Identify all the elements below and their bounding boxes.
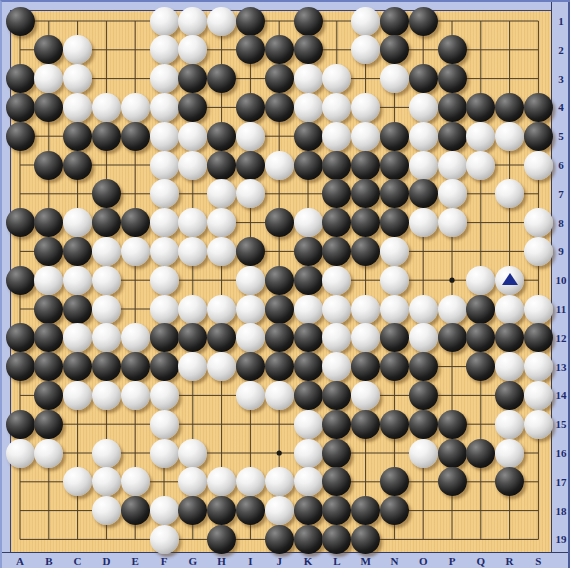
column-label-A: A — [10, 553, 30, 568]
white-stone-L4 — [322, 93, 351, 122]
white-stone-I5 — [236, 122, 265, 151]
column-label-O: O — [413, 553, 433, 568]
black-stone-L14 — [322, 381, 351, 410]
white-stone-P11 — [438, 295, 467, 324]
black-stone-P12 — [438, 323, 467, 352]
row-label-10: 10 — [551, 274, 570, 286]
white-stone-D11 — [92, 295, 121, 324]
white-stone-F4 — [150, 93, 179, 122]
black-stone-S4 — [524, 93, 553, 122]
white-stone-S6 — [524, 151, 553, 180]
black-stone-S5 — [524, 122, 553, 151]
black-stone-I9 — [236, 237, 265, 266]
black-stone-E8 — [121, 208, 150, 237]
black-stone-C5 — [63, 122, 92, 151]
black-stone-J11 — [265, 295, 294, 324]
black-stone-C6 — [63, 151, 92, 180]
white-stone-F7 — [150, 179, 179, 208]
white-stone-R13 — [495, 352, 524, 381]
white-stone-D14 — [92, 381, 121, 410]
white-stone-K4 — [294, 93, 323, 122]
black-stone-O1 — [409, 7, 438, 36]
black-stone-P15 — [438, 410, 467, 439]
white-stone-D16 — [92, 439, 121, 468]
white-stone-K17 — [294, 467, 323, 496]
black-stone-J13 — [265, 352, 294, 381]
black-stone-A1 — [6, 7, 35, 36]
column-label-C: C — [68, 553, 88, 568]
black-stone-K12 — [294, 323, 323, 352]
white-stone-F16 — [150, 439, 179, 468]
column-label-F: F — [154, 553, 174, 568]
black-stone-A3 — [6, 64, 35, 93]
white-stone-E14 — [121, 381, 150, 410]
row-label-12: 12 — [551, 332, 570, 344]
black-stone-A12 — [6, 323, 35, 352]
column-label-E: E — [125, 553, 145, 568]
black-stone-P5 — [438, 122, 467, 151]
black-stone-K18 — [294, 496, 323, 525]
black-stone-R14 — [495, 381, 524, 410]
column-label-I: I — [240, 553, 260, 568]
white-stone-F15 — [150, 410, 179, 439]
white-stone-F5 — [150, 122, 179, 151]
black-stone-A8 — [6, 208, 35, 237]
black-stone-P16 — [438, 439, 467, 468]
black-stone-R4 — [495, 93, 524, 122]
white-stone-D17 — [92, 467, 121, 496]
black-stone-C11 — [63, 295, 92, 324]
white-stone-H11 — [207, 295, 236, 324]
black-stone-H3 — [207, 64, 236, 93]
black-stone-J4 — [265, 93, 294, 122]
white-stone-D18 — [92, 496, 121, 525]
white-stone-G5 — [178, 122, 207, 151]
black-stone-J3 — [265, 64, 294, 93]
white-stone-N3 — [380, 64, 409, 93]
white-stone-R5 — [495, 122, 524, 151]
row-label-7: 7 — [551, 188, 570, 200]
white-stone-O4 — [409, 93, 438, 122]
black-stone-B15 — [34, 410, 63, 439]
go-game-window: 12345678910111213141516171819ABCDEFGHIJK… — [0, 0, 570, 568]
white-stone-O8 — [409, 208, 438, 237]
black-stone-H6 — [207, 151, 236, 180]
white-stone-E9 — [121, 237, 150, 266]
black-stone-A13 — [6, 352, 35, 381]
black-stone-O14 — [409, 381, 438, 410]
white-stone-Q6 — [466, 151, 495, 180]
black-stone-K13 — [294, 352, 323, 381]
black-stone-P2 — [438, 35, 467, 64]
row-label-4: 4 — [551, 101, 570, 113]
black-stone-N15 — [380, 410, 409, 439]
white-stone-F2 — [150, 35, 179, 64]
white-stone-M5 — [351, 122, 380, 151]
black-stone-O13 — [409, 352, 438, 381]
black-stone-M9 — [351, 237, 380, 266]
white-stone-F10 — [150, 266, 179, 295]
white-stone-P6 — [438, 151, 467, 180]
white-stone-J6 — [265, 151, 294, 180]
black-stone-E13 — [121, 352, 150, 381]
white-stone-J14 — [265, 381, 294, 410]
row-label-18: 18 — [551, 505, 570, 517]
black-stone-A10 — [6, 266, 35, 295]
black-stone-M8 — [351, 208, 380, 237]
black-stone-C9 — [63, 237, 92, 266]
row-label-8: 8 — [551, 217, 570, 229]
row-label-9: 9 — [551, 245, 570, 257]
column-label-N: N — [384, 553, 404, 568]
column-label-D: D — [96, 553, 116, 568]
black-stone-N7 — [380, 179, 409, 208]
black-stone-G4 — [178, 93, 207, 122]
white-stone-L5 — [322, 122, 351, 151]
black-stone-N8 — [380, 208, 409, 237]
black-stone-N1 — [380, 7, 409, 36]
column-label-H: H — [212, 553, 232, 568]
column-label-K: K — [298, 553, 318, 568]
black-stone-M19 — [351, 525, 380, 554]
white-stone-I11 — [236, 295, 265, 324]
black-stone-K10 — [294, 266, 323, 295]
black-stone-H18 — [207, 496, 236, 525]
black-stone-F13 — [150, 352, 179, 381]
white-stone-M11 — [351, 295, 380, 324]
row-label-19: 19 — [551, 533, 570, 545]
black-stone-A15 — [6, 410, 35, 439]
white-stone-F14 — [150, 381, 179, 410]
black-stone-K5 — [294, 122, 323, 151]
white-stone-S15 — [524, 410, 553, 439]
white-stone-F3 — [150, 64, 179, 93]
black-stone-L6 — [322, 151, 351, 180]
black-stone-D7 — [92, 179, 121, 208]
black-stone-K14 — [294, 381, 323, 410]
column-label-Q: Q — [471, 553, 491, 568]
black-stone-Q11 — [466, 295, 495, 324]
row-label-17: 17 — [551, 476, 570, 488]
row-label-1: 1 — [551, 15, 570, 27]
white-stone-C10 — [63, 266, 92, 295]
white-stone-S14 — [524, 381, 553, 410]
black-stone-B14 — [34, 381, 63, 410]
white-stone-M1 — [351, 7, 380, 36]
white-stone-C14 — [63, 381, 92, 410]
black-stone-O3 — [409, 64, 438, 93]
white-stone-E4 — [121, 93, 150, 122]
white-stone-G1 — [178, 7, 207, 36]
black-stone-M13 — [351, 352, 380, 381]
column-label-S: S — [528, 553, 548, 568]
white-stone-I14 — [236, 381, 265, 410]
white-stone-L11 — [322, 295, 351, 324]
black-stone-M18 — [351, 496, 380, 525]
white-stone-R15 — [495, 410, 524, 439]
black-stone-B6 — [34, 151, 63, 180]
black-stone-K6 — [294, 151, 323, 180]
white-stone-I17 — [236, 467, 265, 496]
white-stone-C3 — [63, 64, 92, 93]
white-stone-A16 — [6, 439, 35, 468]
white-stone-I12 — [236, 323, 265, 352]
black-stone-N13 — [380, 352, 409, 381]
black-stone-I1 — [236, 7, 265, 36]
white-stone-F19 — [150, 525, 179, 554]
black-stone-N6 — [380, 151, 409, 180]
white-stone-I10 — [236, 266, 265, 295]
black-stone-D8 — [92, 208, 121, 237]
white-stone-G6 — [178, 151, 207, 180]
white-stone-Q5 — [466, 122, 495, 151]
column-label-M: M — [356, 553, 376, 568]
white-stone-M4 — [351, 93, 380, 122]
black-stone-B11 — [34, 295, 63, 324]
white-stone-D4 — [92, 93, 121, 122]
black-stone-I13 — [236, 352, 265, 381]
last-move-triangle-marker — [502, 273, 518, 285]
black-stone-S12 — [524, 323, 553, 352]
black-stone-P3 — [438, 64, 467, 93]
white-stone-Q10 — [466, 266, 495, 295]
white-stone-F18 — [150, 496, 179, 525]
white-stone-G16 — [178, 439, 207, 468]
black-stone-O7 — [409, 179, 438, 208]
black-stone-F12 — [150, 323, 179, 352]
white-stone-P8 — [438, 208, 467, 237]
black-stone-N2 — [380, 35, 409, 64]
white-stone-C4 — [63, 93, 92, 122]
white-stone-H8 — [207, 208, 236, 237]
white-stone-F1 — [150, 7, 179, 36]
white-stone-M14 — [351, 381, 380, 410]
black-stone-A5 — [6, 122, 35, 151]
white-stone-C8 — [63, 208, 92, 237]
column-label-B: B — [39, 553, 59, 568]
black-stone-I18 — [236, 496, 265, 525]
white-stone-K11 — [294, 295, 323, 324]
row-label-6: 6 — [551, 159, 570, 171]
row-label-3: 3 — [551, 73, 570, 85]
white-stone-H13 — [207, 352, 236, 381]
black-stone-I4 — [236, 93, 265, 122]
row-label-14: 14 — [551, 389, 570, 401]
white-stone-K15 — [294, 410, 323, 439]
white-stone-G11 — [178, 295, 207, 324]
black-stone-O15 — [409, 410, 438, 439]
column-label-J: J — [269, 553, 289, 568]
white-stone-R11 — [495, 295, 524, 324]
row-label-5: 5 — [551, 130, 570, 142]
white-stone-S9 — [524, 237, 553, 266]
black-stone-J19 — [265, 525, 294, 554]
black-stone-L15 — [322, 410, 351, 439]
black-stone-J2 — [265, 35, 294, 64]
row-label-16: 16 — [551, 447, 570, 459]
white-stone-D10 — [92, 266, 121, 295]
black-stone-B9 — [34, 237, 63, 266]
white-stone-O5 — [409, 122, 438, 151]
black-stone-K1 — [294, 7, 323, 36]
black-stone-J8 — [265, 208, 294, 237]
white-stone-N9 — [380, 237, 409, 266]
white-stone-J17 — [265, 467, 294, 496]
star-point — [277, 450, 282, 455]
white-stone-P7 — [438, 179, 467, 208]
white-stone-H1 — [207, 7, 236, 36]
black-stone-Q16 — [466, 439, 495, 468]
black-stone-P17 — [438, 467, 467, 496]
black-stone-I2 — [236, 35, 265, 64]
column-label-R: R — [500, 553, 520, 568]
white-stone-F9 — [150, 237, 179, 266]
black-stone-N12 — [380, 323, 409, 352]
white-stone-K3 — [294, 64, 323, 93]
white-stone-F8 — [150, 208, 179, 237]
white-stone-O6 — [409, 151, 438, 180]
black-stone-Q4 — [466, 93, 495, 122]
white-stone-D9 — [92, 237, 121, 266]
white-stone-L10 — [322, 266, 351, 295]
row-label-11: 11 — [551, 303, 570, 315]
white-stone-B16 — [34, 439, 63, 468]
black-stone-C13 — [63, 352, 92, 381]
black-stone-M6 — [351, 151, 380, 180]
white-stone-H9 — [207, 237, 236, 266]
black-stone-H5 — [207, 122, 236, 151]
row-label-15: 15 — [551, 418, 570, 430]
row-label-2: 2 — [551, 44, 570, 56]
black-stone-K2 — [294, 35, 323, 64]
black-stone-I6 — [236, 151, 265, 180]
column-label-P: P — [442, 553, 462, 568]
white-stone-K16 — [294, 439, 323, 468]
black-stone-D5 — [92, 122, 121, 151]
white-stone-N10 — [380, 266, 409, 295]
white-stone-O11 — [409, 295, 438, 324]
black-stone-P4 — [438, 93, 467, 122]
column-label-G: G — [183, 553, 203, 568]
black-stone-L19 — [322, 525, 351, 554]
column-label-L: L — [327, 553, 347, 568]
black-stone-M15 — [351, 410, 380, 439]
white-stone-F11 — [150, 295, 179, 324]
row-label-13: 13 — [551, 361, 570, 373]
white-stone-O12 — [409, 323, 438, 352]
white-stone-I7 — [236, 179, 265, 208]
black-stone-E18 — [121, 496, 150, 525]
black-stone-H19 — [207, 525, 236, 554]
black-stone-K19 — [294, 525, 323, 554]
star-point — [449, 278, 454, 283]
white-stone-S13 — [524, 352, 553, 381]
black-stone-L16 — [322, 439, 351, 468]
black-stone-J10 — [265, 266, 294, 295]
white-stone-J18 — [265, 496, 294, 525]
black-stone-J12 — [265, 323, 294, 352]
white-stone-O16 — [409, 439, 438, 468]
white-stone-S8 — [524, 208, 553, 237]
black-stone-N18 — [380, 496, 409, 525]
white-stone-S11 — [524, 295, 553, 324]
black-stone-D13 — [92, 352, 121, 381]
white-stone-E12 — [121, 323, 150, 352]
white-stone-E17 — [121, 467, 150, 496]
white-stone-K8 — [294, 208, 323, 237]
black-stone-N5 — [380, 122, 409, 151]
black-stone-K9 — [294, 237, 323, 266]
black-stone-L9 — [322, 237, 351, 266]
white-stone-N11 — [380, 295, 409, 324]
black-stone-A4 — [6, 93, 35, 122]
white-stone-G9 — [178, 237, 207, 266]
white-stone-D12 — [92, 323, 121, 352]
black-stone-B4 — [34, 93, 63, 122]
white-stone-B10 — [34, 266, 63, 295]
black-stone-N17 — [380, 467, 409, 496]
white-stone-F6 — [150, 151, 179, 180]
black-stone-E5 — [121, 122, 150, 151]
white-stone-R16 — [495, 439, 524, 468]
